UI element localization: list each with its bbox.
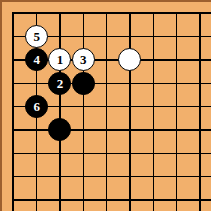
stone-move-number: 3 — [80, 53, 87, 66]
stone-move-number: 1 — [57, 53, 64, 66]
go-stone-white-5: 5 — [25, 25, 48, 48]
go-stone-white — [118, 48, 141, 71]
board-stones: 541326 — [2, 2, 211, 211]
go-board: 541326 — [0, 0, 211, 211]
go-stone-black — [48, 118, 71, 141]
go-stone-black-4: 4 — [25, 48, 48, 71]
stone-move-number: 5 — [33, 30, 40, 43]
go-stone-black-2: 2 — [48, 72, 71, 95]
go-stone-black-6: 6 — [25, 95, 48, 118]
go-stone-white-3: 3 — [72, 48, 95, 71]
go-stone-white-1: 1 — [48, 48, 71, 71]
stone-move-number: 4 — [33, 53, 40, 66]
stone-move-number: 6 — [33, 100, 40, 113]
stone-move-number: 2 — [57, 77, 64, 90]
go-stone-black — [72, 72, 95, 95]
